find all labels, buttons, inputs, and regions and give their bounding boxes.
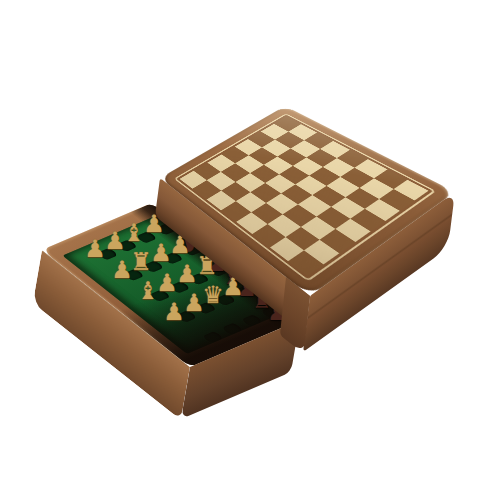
- piece-storage-slot: [142, 260, 164, 273]
- piece-storage-slot: [202, 331, 224, 344]
- piece-storage-slot: [241, 314, 263, 327]
- piece-storage-slot: [149, 289, 171, 302]
- piece-storage-slot: [116, 239, 138, 252]
- piece-storage-slot: [136, 231, 158, 244]
- piece-storage-slot: [162, 252, 184, 265]
- piece-storage-slot: [188, 273, 210, 286]
- piece-storage-slot: [169, 281, 191, 294]
- piece-storage-slot: [195, 302, 217, 315]
- piece-storage-slot: [215, 293, 237, 306]
- piece-storage-slot: [175, 310, 197, 323]
- piece-storage-slot: [123, 269, 145, 282]
- chess-set-product-photo: ♟♜♟♝♟♜♟♟♟♜♟♝♟♟♛♟♜♟♟♟♟♝♟: [0, 0, 500, 500]
- piece-storage-slot: [221, 323, 243, 336]
- piece-storage-slot: [96, 248, 118, 261]
